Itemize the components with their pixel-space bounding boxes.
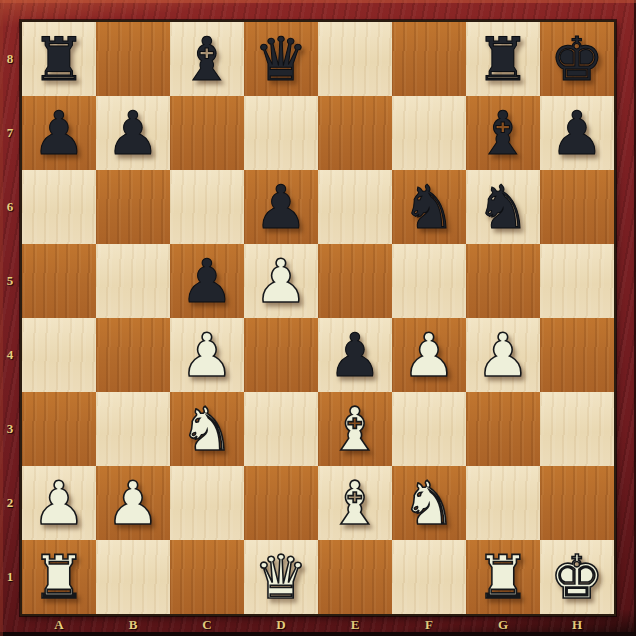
square-d8[interactable]: ♛ <box>244 22 318 96</box>
square-b5[interactable] <box>96 244 170 318</box>
square-h2[interactable] <box>540 466 614 540</box>
piece-white-pawn[interactable]: ♟ <box>402 318 456 392</box>
piece-black-pawn[interactable]: ♟ <box>254 170 308 244</box>
rank-label-3: 3 <box>0 392 20 466</box>
piece-white-bishop[interactable]: ♝ <box>328 466 382 540</box>
square-h7[interactable]: ♟ <box>540 96 614 170</box>
square-f8[interactable] <box>392 22 466 96</box>
square-d6[interactable]: ♟ <box>244 170 318 244</box>
piece-black-bishop[interactable]: ♝ <box>180 22 234 96</box>
file-label-a: A <box>22 616 96 634</box>
square-f1[interactable] <box>392 540 466 614</box>
square-g7[interactable]: ♝ <box>466 96 540 170</box>
square-e2[interactable]: ♝ <box>318 466 392 540</box>
square-a4[interactable] <box>22 318 96 392</box>
square-e5[interactable] <box>318 244 392 318</box>
square-a6[interactable] <box>22 170 96 244</box>
square-g6[interactable]: ♞ <box>466 170 540 244</box>
rank-labels: 87654321 <box>0 22 20 614</box>
square-e6[interactable] <box>318 170 392 244</box>
square-b3[interactable] <box>96 392 170 466</box>
square-b4[interactable] <box>96 318 170 392</box>
file-label-e: E <box>318 616 392 634</box>
file-label-c: C <box>170 616 244 634</box>
piece-black-pawn[interactable]: ♟ <box>550 96 604 170</box>
rank-label-1: 1 <box>0 540 20 614</box>
file-label-h: H <box>540 616 614 634</box>
piece-white-rook[interactable]: ♜ <box>476 540 530 614</box>
square-f6[interactable]: ♞ <box>392 170 466 244</box>
square-b2[interactable]: ♟ <box>96 466 170 540</box>
piece-white-knight[interactable]: ♞ <box>402 466 456 540</box>
square-g3[interactable] <box>466 392 540 466</box>
square-a1[interactable]: ♜ <box>22 540 96 614</box>
square-b6[interactable] <box>96 170 170 244</box>
file-label-f: F <box>392 616 466 634</box>
chess-board-frame: 87654321 ABCDEFGH ♜♝♛♜♚♟♟♝♟♟♞♞♟♟♟♟♟♟♞♝♟♟… <box>0 0 636 636</box>
square-h3[interactable] <box>540 392 614 466</box>
square-a3[interactable] <box>22 392 96 466</box>
square-e7[interactable] <box>318 96 392 170</box>
piece-white-pawn[interactable]: ♟ <box>476 318 530 392</box>
square-c7[interactable] <box>170 96 244 170</box>
piece-black-bishop[interactable]: ♝ <box>476 96 530 170</box>
rank-label-4: 4 <box>0 318 20 392</box>
square-h8[interactable]: ♚ <box>540 22 614 96</box>
square-b7[interactable]: ♟ <box>96 96 170 170</box>
square-c2[interactable] <box>170 466 244 540</box>
rank-label-2: 2 <box>0 466 20 540</box>
piece-white-knight[interactable]: ♞ <box>180 392 234 466</box>
square-c4[interactable]: ♟ <box>170 318 244 392</box>
file-label-d: D <box>244 616 318 634</box>
file-label-g: G <box>466 616 540 634</box>
square-a7[interactable]: ♟ <box>22 96 96 170</box>
square-c5[interactable]: ♟ <box>170 244 244 318</box>
piece-white-king[interactable]: ♚ <box>550 540 604 614</box>
piece-black-king[interactable]: ♚ <box>550 22 604 96</box>
square-c3[interactable]: ♞ <box>170 392 244 466</box>
piece-black-pawn[interactable]: ♟ <box>328 318 382 392</box>
rank-label-6: 6 <box>0 170 20 244</box>
square-d2[interactable] <box>244 466 318 540</box>
file-labels: ABCDEFGH <box>22 616 614 634</box>
piece-black-pawn[interactable]: ♟ <box>106 96 160 170</box>
piece-white-rook[interactable]: ♜ <box>32 540 86 614</box>
square-f7[interactable] <box>392 96 466 170</box>
piece-white-queen[interactable]: ♛ <box>254 540 308 614</box>
piece-white-bishop[interactable]: ♝ <box>328 392 382 466</box>
square-b8[interactable] <box>96 22 170 96</box>
piece-white-pawn[interactable]: ♟ <box>32 466 86 540</box>
piece-black-knight[interactable]: ♞ <box>402 170 456 244</box>
square-f4[interactable]: ♟ <box>392 318 466 392</box>
square-c6[interactable] <box>170 170 244 244</box>
square-g8[interactable]: ♜ <box>466 22 540 96</box>
square-h5[interactable] <box>540 244 614 318</box>
square-d4[interactable] <box>244 318 318 392</box>
square-f5[interactable] <box>392 244 466 318</box>
square-d7[interactable] <box>244 96 318 170</box>
piece-black-rook[interactable]: ♜ <box>476 22 530 96</box>
piece-white-pawn[interactable]: ♟ <box>180 318 234 392</box>
piece-black-pawn[interactable]: ♟ <box>32 96 86 170</box>
square-h4[interactable] <box>540 318 614 392</box>
square-d1[interactable]: ♛ <box>244 540 318 614</box>
rank-label-5: 5 <box>0 244 20 318</box>
square-d5[interactable]: ♟ <box>244 244 318 318</box>
file-label-b: B <box>96 616 170 634</box>
square-f3[interactable] <box>392 392 466 466</box>
square-g4[interactable]: ♟ <box>466 318 540 392</box>
square-g5[interactable] <box>466 244 540 318</box>
rank-label-8: 8 <box>0 22 20 96</box>
square-e1[interactable] <box>318 540 392 614</box>
square-e4[interactable]: ♟ <box>318 318 392 392</box>
square-a8[interactable]: ♜ <box>22 22 96 96</box>
square-e3[interactable]: ♝ <box>318 392 392 466</box>
square-c8[interactable]: ♝ <box>170 22 244 96</box>
piece-black-pawn[interactable]: ♟ <box>180 244 234 318</box>
square-c1[interactable] <box>170 540 244 614</box>
square-e8[interactable] <box>318 22 392 96</box>
piece-black-knight[interactable]: ♞ <box>476 170 530 244</box>
square-a5[interactable] <box>22 244 96 318</box>
square-g1[interactable]: ♜ <box>466 540 540 614</box>
rank-label-7: 7 <box>0 96 20 170</box>
piece-white-pawn[interactable]: ♟ <box>106 466 160 540</box>
square-a2[interactable]: ♟ <box>22 466 96 540</box>
square-h6[interactable] <box>540 170 614 244</box>
piece-black-queen[interactable]: ♛ <box>254 22 308 96</box>
square-h1[interactable]: ♚ <box>540 540 614 614</box>
chess-board: ♜♝♛♜♚♟♟♝♟♟♞♞♟♟♟♟♟♟♞♝♟♟♝♞♜♛♜♚ <box>20 20 616 616</box>
square-g2[interactable] <box>466 466 540 540</box>
piece-white-pawn[interactable]: ♟ <box>254 244 308 318</box>
square-b1[interactable] <box>96 540 170 614</box>
square-d3[interactable] <box>244 392 318 466</box>
piece-black-rook[interactable]: ♜ <box>32 22 86 96</box>
square-f2[interactable]: ♞ <box>392 466 466 540</box>
